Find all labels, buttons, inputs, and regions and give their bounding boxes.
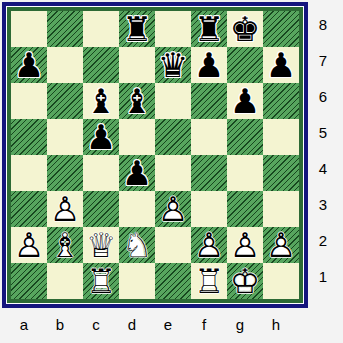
square-a3[interactable] <box>11 191 47 227</box>
square-g1[interactable]: ♚♔ <box>227 263 263 299</box>
square-a8[interactable] <box>11 11 47 47</box>
square-b4[interactable] <box>47 155 83 191</box>
square-h7[interactable]: ♟ <box>263 47 299 83</box>
white-pawn-f2[interactable]: ♟♙ <box>191 227 227 263</box>
black-rook-d8[interactable]: ♜ <box>119 11 155 47</box>
black-king-g8[interactable]: ♚ <box>227 11 263 47</box>
rank-label-1: 1 <box>308 258 338 294</box>
piece-outline: ♖ <box>83 263 119 299</box>
square-e1[interactable] <box>155 263 191 299</box>
white-pawn-h2[interactable]: ♟♙ <box>263 227 299 263</box>
black-pawn-f7[interactable]: ♟ <box>191 47 227 83</box>
white-pawn-e3[interactable]: ♟♙ <box>155 191 191 227</box>
rank-label-2: 2 <box>308 222 338 258</box>
piece-outline: ♗ <box>47 227 83 263</box>
file-labels: abcdefgh <box>6 309 294 339</box>
square-f7[interactable]: ♟ <box>191 47 227 83</box>
square-a4[interactable] <box>11 155 47 191</box>
square-c6[interactable]: ♝ <box>83 83 119 119</box>
square-d4[interactable]: ♟ <box>119 155 155 191</box>
square-d3[interactable] <box>119 191 155 227</box>
white-knight-d2[interactable]: ♞♘ <box>119 227 155 263</box>
file-label-b: b <box>42 309 78 339</box>
white-bishop-b2[interactable]: ♝♗ <box>47 227 83 263</box>
square-b7[interactable] <box>47 47 83 83</box>
black-pawn-h7[interactable]: ♟ <box>263 47 299 83</box>
square-f6[interactable] <box>191 83 227 119</box>
square-g2[interactable]: ♟♙ <box>227 227 263 263</box>
square-b5[interactable] <box>47 119 83 155</box>
square-b1[interactable] <box>47 263 83 299</box>
rank-label-3: 3 <box>308 186 338 222</box>
square-d8[interactable]: ♜ <box>119 11 155 47</box>
square-f5[interactable] <box>191 119 227 155</box>
square-e3[interactable]: ♟♙ <box>155 191 191 227</box>
rank-label-8: 8 <box>308 6 338 42</box>
square-a7[interactable]: ♟ <box>11 47 47 83</box>
white-queen-c2[interactable]: ♛♕ <box>83 227 119 263</box>
square-f4[interactable] <box>191 155 227 191</box>
square-g3[interactable] <box>227 191 263 227</box>
square-e4[interactable] <box>155 155 191 191</box>
square-f3[interactable] <box>191 191 227 227</box>
square-c5[interactable]: ♟ <box>83 119 119 155</box>
square-d5[interactable] <box>119 119 155 155</box>
black-queen-e7[interactable]: ♛ <box>155 47 191 83</box>
rank-label-5: 5 <box>308 114 338 150</box>
rank-label-7: 7 <box>308 42 338 78</box>
square-d7[interactable] <box>119 47 155 83</box>
black-bishop-d6[interactable]: ♝ <box>119 83 155 119</box>
square-c4[interactable] <box>83 155 119 191</box>
piece-outline: ♙ <box>263 227 299 263</box>
file-label-e: e <box>150 309 186 339</box>
square-a2[interactable]: ♟♙ <box>11 227 47 263</box>
white-pawn-b3[interactable]: ♟♙ <box>47 191 83 227</box>
square-e8[interactable] <box>155 11 191 47</box>
square-b2[interactable]: ♝♗ <box>47 227 83 263</box>
square-d1[interactable] <box>119 263 155 299</box>
square-h5[interactable] <box>263 119 299 155</box>
piece-outline: ♙ <box>227 227 263 263</box>
square-g6[interactable]: ♟ <box>227 83 263 119</box>
piece-outline: ♔ <box>227 263 263 299</box>
file-label-a: a <box>6 309 42 339</box>
square-c3[interactable] <box>83 191 119 227</box>
square-g8[interactable]: ♚ <box>227 11 263 47</box>
chess-board: ♜♜♚♟♛♟♟♝♝♟♟♟♟♙♟♙♟♙♝♗♛♕♞♘♟♙♟♙♟♙♜♖♜♖♚♔ <box>11 11 299 299</box>
square-g7[interactable] <box>227 47 263 83</box>
square-e7[interactable]: ♛ <box>155 47 191 83</box>
rank-label-4: 4 <box>308 150 338 186</box>
white-king-g1[interactable]: ♚♔ <box>227 263 263 299</box>
board-frame: ♜♜♚♟♛♟♟♝♝♟♟♟♟♙♟♙♟♙♝♗♛♕♞♘♟♙♟♙♟♙♜♖♜♖♚♔ <box>7 7 303 303</box>
square-g4[interactable] <box>227 155 263 191</box>
square-d2[interactable]: ♞♘ <box>119 227 155 263</box>
piece-outline: ♙ <box>11 227 47 263</box>
square-h2[interactable]: ♟♙ <box>263 227 299 263</box>
square-c2[interactable]: ♛♕ <box>83 227 119 263</box>
square-c7[interactable] <box>83 47 119 83</box>
square-h6[interactable] <box>263 83 299 119</box>
black-pawn-a7[interactable]: ♟ <box>11 47 47 83</box>
piece-outline: ♖ <box>191 263 227 299</box>
file-label-g: g <box>222 309 258 339</box>
file-label-h: h <box>258 309 294 339</box>
white-pawn-g2[interactable]: ♟♙ <box>227 227 263 263</box>
board-border: ♜♜♚♟♛♟♟♝♝♟♟♟♟♙♟♙♟♙♝♗♛♕♞♘♟♙♟♙♟♙♜♖♜♖♚♔ <box>2 2 308 308</box>
black-pawn-c5[interactable]: ♟ <box>83 119 119 155</box>
rank-label-6: 6 <box>308 78 338 114</box>
square-b3[interactable]: ♟♙ <box>47 191 83 227</box>
square-d6[interactable]: ♝ <box>119 83 155 119</box>
square-b6[interactable] <box>47 83 83 119</box>
square-h4[interactable] <box>263 155 299 191</box>
square-h8[interactable] <box>263 11 299 47</box>
white-rook-f1[interactable]: ♜♖ <box>191 263 227 299</box>
square-f8[interactable]: ♜ <box>191 11 227 47</box>
square-g5[interactable] <box>227 119 263 155</box>
piece-outline: ♙ <box>47 191 83 227</box>
square-f1[interactable]: ♜♖ <box>191 263 227 299</box>
white-rook-c1[interactable]: ♜♖ <box>83 263 119 299</box>
square-f2[interactable]: ♟♙ <box>191 227 227 263</box>
piece-outline: ♙ <box>155 191 191 227</box>
white-pawn-a2[interactable]: ♟♙ <box>11 227 47 263</box>
square-a6[interactable] <box>11 83 47 119</box>
piece-outline: ♙ <box>191 227 227 263</box>
file-label-f: f <box>186 309 222 339</box>
piece-outline: ♘ <box>119 227 155 263</box>
black-pawn-g6[interactable]: ♟ <box>227 83 263 119</box>
square-a1[interactable] <box>11 263 47 299</box>
chess-diagram: ♜♜♚♟♛♟♟♝♝♟♟♟♟♙♟♙♟♙♝♗♛♕♞♘♟♙♟♙♟♙♜♖♜♖♚♔ abc… <box>0 0 343 343</box>
black-pawn-d4[interactable]: ♟ <box>119 155 155 191</box>
square-e2[interactable] <box>155 227 191 263</box>
square-b8[interactable] <box>47 11 83 47</box>
square-c8[interactable] <box>83 11 119 47</box>
black-rook-f8[interactable]: ♜ <box>191 11 227 47</box>
square-h3[interactable] <box>263 191 299 227</box>
file-label-d: d <box>114 309 150 339</box>
file-label-c: c <box>78 309 114 339</box>
square-h1[interactable] <box>263 263 299 299</box>
square-a5[interactable] <box>11 119 47 155</box>
square-e5[interactable] <box>155 119 191 155</box>
piece-outline: ♕ <box>83 227 119 263</box>
rank-labels: 87654321 <box>308 6 338 294</box>
square-c1[interactable]: ♜♖ <box>83 263 119 299</box>
black-bishop-c6[interactable]: ♝ <box>83 83 119 119</box>
square-e6[interactable] <box>155 83 191 119</box>
